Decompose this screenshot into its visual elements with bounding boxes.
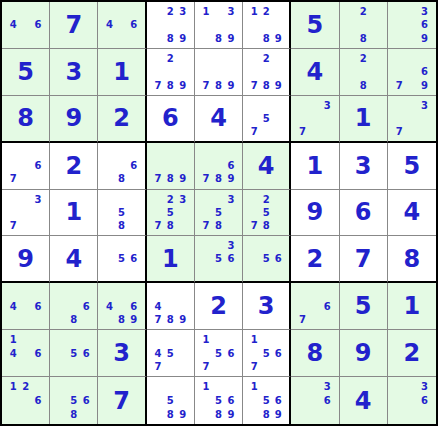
pencil-marks: 568	[55, 380, 92, 421]
pencil-mark-pos-7	[248, 32, 260, 45]
pencil-mark-pos-4	[103, 206, 115, 219]
cell-r6c7[interactable]: 2	[291, 236, 339, 283]
pencil-mark-pos-1	[152, 193, 164, 206]
cell-r7c6[interactable]: 3	[243, 283, 291, 330]
cell-r2c2[interactable]: 3	[50, 49, 98, 96]
pencil-mark-pos-3	[321, 286, 333, 299]
pencil-mark-pos-3: 3	[418, 99, 431, 112]
pencil-mark-pos-6	[176, 300, 188, 313]
pencil-mark-pos-2: 2	[19, 380, 31, 394]
cell-r8c7[interactable]: 8	[291, 330, 339, 377]
pencil-mark-pos-1: 1	[7, 380, 19, 394]
pencil-mark-pos-2: 2	[357, 5, 369, 18]
pencil-mark-pos-9	[272, 219, 284, 232]
pencil-mark-pos-8	[406, 407, 419, 421]
pencil-mark-pos-5: 5	[68, 347, 80, 360]
pencil-mark-pos-3	[32, 380, 44, 394]
pencil-marks: 46	[103, 5, 139, 45]
cell-r4c6[interactable]: 4	[243, 143, 291, 190]
cell-r7c3[interactable]: 4689	[98, 283, 146, 330]
pencil-mark-pos-2	[68, 380, 80, 394]
pencil-mark-pos-7: 7	[152, 313, 164, 326]
cell-value: 4	[388, 190, 436, 236]
pencil-mark-pos-4	[296, 112, 308, 125]
pencil-mark-pos-8: 8	[164, 219, 176, 232]
cell-value: 2	[291, 236, 338, 281]
pencil-mark-pos-6: 6	[225, 347, 237, 360]
cell-r4c8[interactable]: 3	[340, 143, 388, 190]
pencil-mark-pos-1	[103, 146, 115, 159]
cell-r9c6[interactable]: 15689	[243, 377, 291, 424]
pencil-mark-pos-5: 5	[116, 252, 128, 265]
pencil-mark-pos-8	[309, 313, 321, 326]
cell-r3c1[interactable]: 8	[2, 96, 50, 143]
pencil-mark-pos-6: 6	[32, 18, 44, 31]
pencil-marks: 1567	[200, 333, 237, 373]
cell-r1c9[interactable]: 369	[388, 2, 436, 49]
pencil-mark-pos-9	[128, 265, 140, 278]
cell-value: 1	[50, 190, 97, 236]
pencil-mark-pos-9	[272, 125, 284, 138]
pencil-mark-pos-1	[248, 193, 260, 206]
pencil-mark-pos-4	[103, 252, 115, 265]
cell-value: 4	[195, 96, 242, 141]
cell-r7c5[interactable]: 2	[195, 283, 243, 330]
cell-value: 6	[147, 96, 194, 141]
pencil-mark-pos-9	[418, 407, 431, 421]
cell-r5c6[interactable]: 2578	[243, 190, 291, 237]
cell-r6c2[interactable]: 4	[50, 236, 98, 283]
pencil-mark-pos-5	[406, 112, 419, 125]
pencil-mark-pos-8	[164, 360, 176, 373]
pencil-mark-pos-1	[103, 286, 115, 299]
pencil-marks: 356	[200, 239, 237, 278]
pencil-mark-pos-7: 7	[248, 360, 260, 373]
pencil-mark-pos-8	[19, 313, 31, 326]
cell-r3c5[interactable]: 4	[195, 96, 243, 143]
cell-r8c1[interactable]: 146	[2, 330, 50, 377]
pencil-mark-pos-2	[212, 52, 224, 65]
pencil-marks: 2389	[152, 5, 189, 45]
pencil-mark-pos-5	[19, 394, 31, 408]
pencil-mark-pos-8: 8	[116, 219, 128, 232]
cell-r2c5[interactable]: 789	[195, 49, 243, 96]
cell-r6c4[interactable]: 1	[147, 236, 195, 283]
pencil-mark-pos-3: 3	[418, 5, 431, 18]
cell-r2c9[interactable]: 679	[388, 49, 436, 96]
pencil-marks: 15689	[200, 380, 237, 421]
cell-value: 2	[98, 96, 144, 141]
pencil-mark-pos-3	[418, 52, 431, 65]
pencil-mark-pos-9: 9	[272, 78, 284, 91]
cell-r8c5[interactable]: 1567	[195, 330, 243, 377]
pencil-mark-pos-3	[176, 52, 188, 65]
pencil-mark-pos-3	[176, 380, 188, 394]
pencil-mark-pos-7	[103, 32, 115, 45]
pencil-mark-pos-9: 9	[418, 78, 431, 91]
cell-r4c4[interactable]: 789	[147, 143, 195, 190]
pencil-mark-pos-6: 6	[80, 394, 92, 408]
pencil-marks: 57	[248, 99, 284, 138]
pencil-mark-pos-8: 8	[357, 78, 369, 91]
pencil-mark-pos-4	[296, 394, 308, 408]
pencil-mark-pos-2	[260, 239, 272, 252]
pencil-mark-pos-6	[32, 206, 44, 219]
pencil-mark-pos-4	[152, 18, 164, 31]
pencil-mark-pos-4	[200, 252, 212, 265]
pencil-mark-pos-9: 9	[418, 32, 431, 45]
cell-r1c1[interactable]: 46	[2, 2, 50, 49]
cell-r7c8[interactable]: 5	[340, 283, 388, 330]
cell-r9c9[interactable]: 36	[388, 377, 436, 424]
pencil-mark-pos-4	[200, 394, 212, 408]
pencil-mark-pos-5	[164, 18, 176, 31]
cell-r3c9[interactable]: 37	[388, 96, 436, 143]
pencil-mark-pos-8	[68, 360, 80, 373]
cell-r5c2[interactable]: 1	[50, 190, 98, 237]
pencil-mark-pos-5: 5	[164, 347, 176, 360]
pencil-marks: 68	[103, 146, 139, 186]
pencil-mark-pos-2	[116, 193, 128, 206]
pencil-mark-pos-6	[176, 18, 188, 31]
pencil-mark-pos-6: 6	[128, 252, 140, 265]
cell-r2c6[interactable]: 2789	[243, 49, 291, 96]
pencil-mark-pos-2	[260, 99, 272, 112]
pencil-mark-pos-7	[393, 32, 406, 45]
cell-r1c6[interactable]: 1289	[243, 2, 291, 49]
cell-r3c6[interactable]: 57	[243, 96, 291, 143]
cell-r9c2[interactable]: 568	[50, 377, 98, 424]
pencil-mark-pos-3	[225, 380, 237, 394]
cell-r6c8[interactable]: 7	[340, 236, 388, 283]
pencil-mark-pos-3	[176, 146, 188, 159]
pencil-mark-pos-3	[272, 99, 284, 112]
pencil-mark-pos-6: 6	[32, 394, 44, 408]
pencil-mark-pos-3	[369, 52, 381, 65]
pencil-marks: 46	[7, 5, 44, 45]
pencil-mark-pos-2	[164, 286, 176, 299]
pencil-mark-pos-9	[32, 32, 44, 45]
pencil-mark-pos-6: 6	[32, 159, 44, 172]
cell-value: 4	[340, 377, 387, 424]
cell-r9c1[interactable]: 126	[2, 377, 50, 424]
pencil-mark-pos-8	[116, 32, 128, 45]
cell-r4c1[interactable]: 67	[2, 143, 50, 190]
pencil-mark-pos-5: 5	[260, 206, 272, 219]
cell-r4c5[interactable]: 6789	[195, 143, 243, 190]
pencil-mark-pos-5	[19, 159, 31, 172]
pencil-mark-pos-4	[248, 65, 260, 78]
pencil-mark-pos-5	[164, 300, 176, 313]
pencil-mark-pos-8	[19, 407, 31, 421]
pencil-mark-pos-7	[200, 32, 212, 45]
cell-r5c8[interactable]: 6	[340, 190, 388, 237]
pencil-mark-pos-4: 4	[7, 347, 19, 360]
cell-r6c6[interactable]: 56	[243, 236, 291, 283]
pencil-mark-pos-2: 2	[164, 193, 176, 206]
pencil-mark-pos-2	[212, 380, 224, 394]
cell-value: 5	[388, 143, 436, 189]
pencil-mark-pos-8: 8	[164, 32, 176, 45]
cell-r4c7[interactable]: 1	[291, 143, 339, 190]
pencil-mark-pos-6	[176, 206, 188, 219]
pencil-mark-pos-7: 7	[7, 219, 19, 232]
pencil-mark-pos-2	[309, 99, 321, 112]
cell-r6c9[interactable]: 8	[388, 236, 436, 283]
pencil-mark-pos-4	[393, 112, 406, 125]
pencil-mark-pos-6	[176, 65, 188, 78]
cell-r8c4[interactable]: 457	[147, 330, 195, 377]
pencil-mark-pos-6	[225, 18, 237, 31]
pencil-mark-pos-1	[103, 5, 115, 18]
cell-r2c1[interactable]: 5	[2, 49, 50, 96]
cell-r4c2[interactable]: 2	[50, 143, 98, 190]
pencil-mark-pos-9: 9	[176, 78, 188, 91]
cell-value: 4	[291, 49, 338, 95]
pencil-mark-pos-1: 1	[248, 333, 260, 346]
pencil-mark-pos-8	[406, 32, 419, 45]
cell-r9c8[interactable]: 4	[340, 377, 388, 424]
pencil-mark-pos-2	[19, 333, 31, 346]
pencil-mark-pos-6	[369, 65, 381, 78]
pencil-mark-pos-5: 5	[164, 394, 176, 408]
pencil-mark-pos-7	[103, 313, 115, 326]
pencil-mark-pos-4	[393, 18, 406, 31]
pencil-mark-pos-2	[406, 52, 419, 65]
pencil-marks: 6789	[200, 146, 237, 186]
pencil-mark-pos-2	[68, 333, 80, 346]
pencil-mark-pos-4	[248, 18, 260, 31]
pencil-mark-pos-6: 6	[225, 252, 237, 265]
pencil-mark-pos-2	[212, 5, 224, 18]
pencil-marks: 56	[103, 239, 139, 278]
pencil-mark-pos-4	[7, 206, 19, 219]
pencil-mark-pos-3	[225, 52, 237, 65]
pencil-mark-pos-2	[19, 5, 31, 18]
pencil-marks: 56	[55, 333, 92, 373]
pencil-marks: 68	[55, 286, 92, 326]
cell-r2c8[interactable]: 28	[340, 49, 388, 96]
pencil-marks: 126	[7, 380, 44, 421]
pencil-mark-pos-1: 1	[7, 333, 19, 346]
pencil-mark-pos-9: 9	[176, 172, 188, 185]
cell-r1c5[interactable]: 1389	[195, 2, 243, 49]
pencil-mark-pos-6: 6	[128, 159, 140, 172]
pencil-mark-pos-9: 9	[225, 407, 237, 421]
cell-r5c9[interactable]: 4	[388, 190, 436, 237]
cell-r5c4[interactable]: 23578	[147, 190, 195, 237]
cell-r2c3[interactable]: 1	[98, 49, 146, 96]
cell-value: 7	[50, 2, 97, 48]
pencil-mark-pos-2: 2	[164, 52, 176, 65]
pencil-mark-pos-7: 7	[200, 78, 212, 91]
pencil-mark-pos-8: 8	[260, 32, 272, 45]
pencil-mark-pos-8: 8	[68, 407, 80, 421]
pencil-mark-pos-3	[225, 146, 237, 159]
cell-value: 7	[98, 377, 144, 424]
pencil-mark-pos-8	[260, 125, 272, 138]
pencil-mark-pos-2	[19, 193, 31, 206]
pencil-mark-pos-3	[272, 193, 284, 206]
pencil-mark-pos-1	[345, 5, 357, 18]
cell-r1c7[interactable]: 5	[291, 2, 339, 49]
pencil-mark-pos-1	[200, 146, 212, 159]
pencil-marks: 36	[296, 380, 333, 421]
pencil-mark-pos-1	[7, 146, 19, 159]
cell-r3c4[interactable]: 6	[147, 96, 195, 143]
pencil-mark-pos-6: 6	[321, 394, 333, 408]
pencil-mark-pos-3: 3	[176, 193, 188, 206]
cell-r3c7[interactable]: 37	[291, 96, 339, 143]
pencil-mark-pos-1: 1	[200, 380, 212, 394]
cell-r8c2[interactable]: 56	[50, 330, 98, 377]
pencil-mark-pos-8: 8	[164, 313, 176, 326]
cell-value: 9	[340, 330, 387, 376]
pencil-mark-pos-6: 6	[225, 394, 237, 408]
pencil-mark-pos-4	[55, 347, 67, 360]
pencil-mark-pos-8	[212, 360, 224, 373]
pencil-mark-pos-9: 9	[176, 32, 188, 45]
pencil-mark-pos-9	[272, 360, 284, 373]
cell-r5c3[interactable]: 58	[98, 190, 146, 237]
pencil-mark-pos-5	[309, 394, 321, 408]
cell-r1c3[interactable]: 46	[98, 2, 146, 49]
pencil-mark-pos-2	[116, 286, 128, 299]
pencil-mark-pos-9: 9	[225, 172, 237, 185]
pencil-mark-pos-8	[19, 32, 31, 45]
cell-r7c2[interactable]: 68	[50, 283, 98, 330]
pencil-mark-pos-6: 6	[321, 300, 333, 313]
pencil-mark-pos-7: 7	[152, 172, 164, 185]
pencil-mark-pos-8: 8	[260, 407, 272, 421]
pencil-mark-pos-4	[152, 394, 164, 408]
cell-value: 1	[388, 283, 436, 329]
pencil-mark-pos-4	[55, 394, 67, 408]
pencil-mark-pos-9	[176, 219, 188, 232]
pencil-mark-pos-1	[393, 99, 406, 112]
cell-r9c5[interactable]: 15689	[195, 377, 243, 424]
pencil-mark-pos-5	[406, 18, 419, 31]
pencil-mark-pos-1	[393, 5, 406, 18]
cell-r3c8[interactable]: 1	[340, 96, 388, 143]
pencil-mark-pos-7	[200, 407, 212, 421]
cell-r8c9[interactable]: 2	[388, 330, 436, 377]
pencil-mark-pos-6: 6	[272, 252, 284, 265]
cell-r2c7[interactable]: 4	[291, 49, 339, 96]
pencil-mark-pos-5	[260, 18, 272, 31]
cell-r1c2[interactable]: 7	[50, 2, 98, 49]
cell-r1c4[interactable]: 2389	[147, 2, 195, 49]
cell-value: 9	[291, 190, 338, 236]
pencil-mark-pos-4: 4	[103, 18, 115, 31]
pencil-mark-pos-1	[152, 146, 164, 159]
cell-r4c9[interactable]: 5	[388, 143, 436, 190]
pencil-marks: 36	[393, 380, 431, 421]
pencil-mark-pos-7: 7	[152, 78, 164, 91]
pencil-mark-pos-2: 2	[260, 193, 272, 206]
pencil-mark-pos-6: 6	[32, 347, 44, 360]
cell-value: 2	[195, 283, 242, 329]
cell-r7c1[interactable]: 46	[2, 283, 50, 330]
cell-value: 9	[2, 236, 49, 281]
pencil-mark-pos-4	[7, 394, 19, 408]
pencil-mark-pos-1	[200, 52, 212, 65]
pencil-mark-pos-6	[128, 206, 140, 219]
sudoku-board: 4674623891389128952836953127897892789428…	[0, 0, 438, 426]
pencil-mark-pos-3: 3	[321, 99, 333, 112]
cell-r6c1[interactable]: 9	[2, 236, 50, 283]
cell-r6c5[interactable]: 356	[195, 236, 243, 283]
pencil-mark-pos-2	[406, 99, 419, 112]
cell-r7c9[interactable]: 1	[388, 283, 436, 330]
pencil-mark-pos-3	[32, 286, 44, 299]
pencil-mark-pos-2: 2	[357, 52, 369, 65]
cell-r5c1[interactable]: 37	[2, 190, 50, 237]
cell-r8c6[interactable]: 1567	[243, 330, 291, 377]
pencil-marks: 23578	[152, 193, 189, 233]
cell-r5c7[interactable]: 9	[291, 190, 339, 237]
pencil-mark-pos-7: 7	[296, 125, 308, 138]
pencil-mark-pos-2	[309, 286, 321, 299]
pencil-mark-pos-8: 8	[260, 219, 272, 232]
pencil-mark-pos-7: 7	[393, 78, 406, 91]
pencil-marks: 37	[393, 99, 431, 138]
cell-r9c4[interactable]: 589	[147, 377, 195, 424]
pencil-mark-pos-2	[260, 380, 272, 394]
pencil-mark-pos-3: 3	[176, 5, 188, 18]
pencil-mark-pos-6	[272, 18, 284, 31]
cell-r7c4[interactable]: 4789	[147, 283, 195, 330]
pencil-mark-pos-7	[200, 265, 212, 278]
pencil-mark-pos-6	[176, 347, 188, 360]
cell-value: 3	[340, 143, 387, 189]
cell-value: 5	[291, 2, 338, 48]
pencil-mark-pos-1: 1	[248, 380, 260, 394]
cell-value: 3	[50, 49, 97, 95]
pencil-mark-pos-6: 6	[225, 159, 237, 172]
cell-r3c3[interactable]: 2	[98, 96, 146, 143]
pencil-mark-pos-3	[128, 146, 140, 159]
pencil-mark-pos-5: 5	[164, 206, 176, 219]
cell-r8c8[interactable]: 9	[340, 330, 388, 377]
cell-r8c3[interactable]: 3	[98, 330, 146, 377]
pencil-mark-pos-1	[393, 380, 406, 394]
pencil-mark-pos-9	[225, 265, 237, 278]
cell-r6c3[interactable]: 56	[98, 236, 146, 283]
cell-r4c3[interactable]: 68	[98, 143, 146, 190]
pencil-mark-pos-7	[152, 32, 164, 45]
pencil-mark-pos-9	[321, 407, 333, 421]
cell-r3c2[interactable]: 9	[50, 96, 98, 143]
cell-r1c8[interactable]: 28	[340, 2, 388, 49]
pencil-mark-pos-1	[345, 52, 357, 65]
pencil-marks: 46	[7, 286, 44, 326]
pencil-mark-pos-5	[406, 65, 419, 78]
cell-r7c7[interactable]: 67	[291, 283, 339, 330]
pencil-mark-pos-7	[55, 407, 67, 421]
cell-r2c4[interactable]: 2789	[147, 49, 195, 96]
pencil-mark-pos-9: 9	[225, 78, 237, 91]
cell-r5c5[interactable]: 3578	[195, 190, 243, 237]
cell-r9c3[interactable]: 7	[98, 377, 146, 424]
pencil-mark-pos-8: 8	[116, 172, 128, 185]
pencil-mark-pos-5	[309, 112, 321, 125]
pencil-mark-pos-3: 3	[418, 380, 431, 394]
pencil-marks: 15689	[248, 380, 284, 421]
pencil-mark-pos-7	[248, 407, 260, 421]
pencil-marks: 4689	[103, 286, 139, 326]
cell-r9c7[interactable]: 36	[291, 377, 339, 424]
